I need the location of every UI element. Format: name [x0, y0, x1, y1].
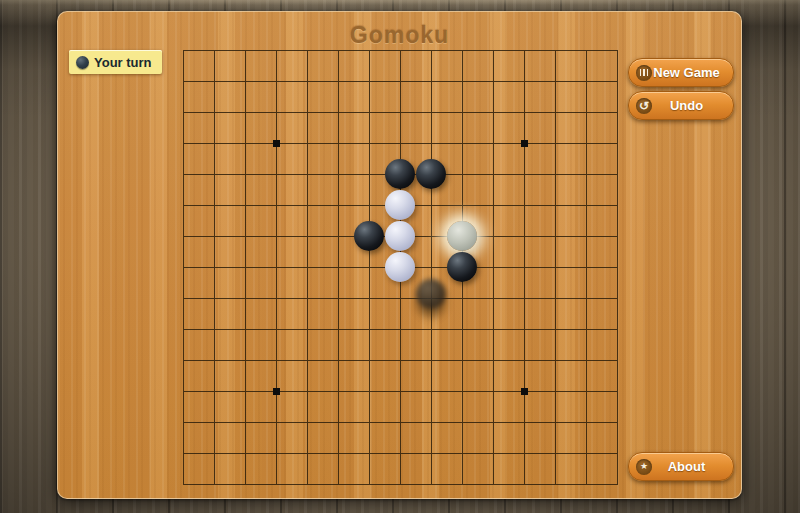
board-cell[interactable] [462, 422, 493, 453]
board-cell[interactable] [338, 329, 369, 360]
turn-label: Your turn [94, 55, 152, 70]
board-cell[interactable] [431, 360, 462, 391]
board-cell[interactable] [245, 391, 276, 422]
board-cell[interactable] [431, 391, 462, 422]
board-cell[interactable] [307, 329, 338, 360]
board-cell[interactable] [431, 453, 462, 484]
board-cell[interactable] [338, 174, 369, 205]
board-cell[interactable] [307, 267, 338, 298]
board-cell[interactable] [214, 236, 245, 267]
stone-black [354, 221, 384, 251]
board-cell[interactable] [276, 422, 307, 453]
board-cell[interactable] [245, 422, 276, 453]
board-cell[interactable] [586, 329, 617, 360]
about-button[interactable]: ★ About [628, 452, 734, 481]
page-title: Gomoku [58, 22, 741, 49]
board-cell[interactable] [276, 360, 307, 391]
star-point [273, 388, 280, 395]
board-cell[interactable] [586, 50, 617, 81]
board-cell[interactable] [183, 391, 214, 422]
board-cell[interactable] [276, 50, 307, 81]
board-cell[interactable] [214, 174, 245, 205]
board-cell[interactable] [369, 329, 400, 360]
board-cell[interactable] [555, 143, 586, 174]
board-cell[interactable] [493, 81, 524, 112]
board-cell[interactable] [307, 453, 338, 484]
board-cell[interactable] [338, 143, 369, 174]
game-panel: Gomoku Your turn New Game ↺ Undo ★ About [57, 11, 742, 499]
board-cell[interactable] [493, 50, 524, 81]
board-cell[interactable] [276, 329, 307, 360]
board-cell[interactable] [462, 50, 493, 81]
board-cell[interactable] [214, 391, 245, 422]
board-cell[interactable] [493, 298, 524, 329]
board-cell[interactable] [431, 422, 462, 453]
board-cell[interactable] [338, 453, 369, 484]
board-cell[interactable] [307, 112, 338, 143]
board-cell[interactable] [493, 236, 524, 267]
board-cell[interactable] [555, 422, 586, 453]
star-point [273, 140, 280, 147]
board-cell[interactable] [307, 174, 338, 205]
board-cell[interactable] [400, 112, 431, 143]
board-cell[interactable] [276, 205, 307, 236]
stone-white [385, 221, 415, 251]
stone-black [416, 159, 446, 189]
board-cell[interactable] [524, 329, 555, 360]
board-cell[interactable] [245, 205, 276, 236]
stone-black [385, 159, 415, 189]
board-cell[interactable] [183, 50, 214, 81]
board-cell[interactable] [307, 422, 338, 453]
undo-button[interactable]: ↺ Undo [628, 91, 734, 120]
board-cell[interactable] [245, 236, 276, 267]
board-cell[interactable] [400, 329, 431, 360]
board-cell[interactable] [524, 267, 555, 298]
board-cell[interactable] [555, 329, 586, 360]
board-cell[interactable] [183, 112, 214, 143]
board-cell[interactable] [307, 298, 338, 329]
board-cell[interactable] [400, 360, 431, 391]
board-cell[interactable] [555, 360, 586, 391]
board-cell[interactable] [462, 329, 493, 360]
board-cell[interactable] [555, 453, 586, 484]
board-cell[interactable] [586, 360, 617, 391]
board-cell[interactable] [183, 81, 214, 112]
board-cell[interactable] [214, 112, 245, 143]
board-cell[interactable] [493, 174, 524, 205]
stone-white [385, 252, 415, 282]
board-cell[interactable] [586, 267, 617, 298]
board-cell[interactable] [338, 50, 369, 81]
board-cell[interactable] [555, 298, 586, 329]
undo-arrow-icon: ↺ [636, 98, 652, 114]
board-cell[interactable] [276, 453, 307, 484]
board-cell[interactable] [524, 112, 555, 143]
board-cell[interactable] [245, 453, 276, 484]
board-cell[interactable] [586, 298, 617, 329]
board-cell[interactable] [369, 391, 400, 422]
board-cell[interactable] [369, 50, 400, 81]
about-button-label: About [652, 459, 733, 474]
star-point [521, 140, 528, 147]
board-cell[interactable] [586, 236, 617, 267]
black-stone-icon [76, 56, 89, 69]
board-cell[interactable] [183, 422, 214, 453]
board-cell[interactable] [493, 267, 524, 298]
board-cell[interactable] [245, 267, 276, 298]
board-cell[interactable] [245, 360, 276, 391]
board-cell[interactable] [338, 360, 369, 391]
board-cell[interactable] [493, 391, 524, 422]
board-cell[interactable] [524, 174, 555, 205]
board-cell[interactable] [524, 298, 555, 329]
wood-background: Gomoku Your turn New Game ↺ Undo ★ About [0, 0, 800, 513]
board-cell[interactable] [369, 422, 400, 453]
board-cell[interactable] [183, 174, 214, 205]
board-cell[interactable] [524, 50, 555, 81]
board-cell[interactable] [183, 360, 214, 391]
board-cell[interactable] [214, 422, 245, 453]
board-cell[interactable] [369, 81, 400, 112]
board-cell[interactable] [462, 453, 493, 484]
board-cell[interactable] [586, 81, 617, 112]
board-cell[interactable] [524, 205, 555, 236]
board-cell[interactable] [493, 329, 524, 360]
stone-white [385, 190, 415, 220]
board-cell[interactable] [245, 298, 276, 329]
board-cell[interactable] [276, 81, 307, 112]
board-cell[interactable] [183, 205, 214, 236]
board-cell[interactable] [245, 81, 276, 112]
star-point [521, 388, 528, 395]
board-cell[interactable] [276, 391, 307, 422]
star-icon: ★ [636, 459, 652, 475]
board-cell[interactable] [524, 391, 555, 422]
board-cell[interactable] [586, 143, 617, 174]
board-cell[interactable] [586, 174, 617, 205]
board-cell[interactable] [183, 267, 214, 298]
stone-black-dropping [416, 279, 446, 309]
board-cell[interactable] [400, 50, 431, 81]
board-cell[interactable] [307, 50, 338, 81]
board-cell[interactable] [462, 174, 493, 205]
stone-black [447, 252, 477, 282]
board-cell[interactable] [338, 112, 369, 143]
new-game-button[interactable]: New Game [628, 58, 734, 87]
board-cell[interactable] [586, 391, 617, 422]
board-cell[interactable] [183, 453, 214, 484]
board-cell[interactable] [462, 391, 493, 422]
board-cell[interactable] [276, 267, 307, 298]
board-cell[interactable] [338, 422, 369, 453]
board-cell[interactable] [307, 205, 338, 236]
board-cell[interactable] [524, 453, 555, 484]
stone-white-last-move [447, 221, 477, 251]
board-cell[interactable] [555, 236, 586, 267]
board-cell[interactable] [586, 205, 617, 236]
board-cell[interactable] [214, 360, 245, 391]
board-cell[interactable] [462, 81, 493, 112]
grid-bars-icon [636, 65, 652, 81]
undo-button-label: Undo [652, 98, 733, 113]
board-cell[interactable] [307, 391, 338, 422]
board-cell[interactable] [214, 267, 245, 298]
board-cell[interactable] [493, 422, 524, 453]
board-cell[interactable] [524, 143, 555, 174]
board-cell[interactable] [493, 112, 524, 143]
board-cell[interactable] [586, 422, 617, 453]
board-cell[interactable] [369, 360, 400, 391]
board-cell[interactable] [245, 329, 276, 360]
board-cell[interactable] [245, 143, 276, 174]
board-cell[interactable] [338, 267, 369, 298]
board-cell[interactable] [214, 329, 245, 360]
board-cell[interactable] [245, 174, 276, 205]
board-cell[interactable] [400, 453, 431, 484]
board-cell[interactable] [307, 81, 338, 112]
board-cell[interactable] [586, 112, 617, 143]
turn-indicator-badge: Your turn [69, 50, 162, 74]
board-cell[interactable] [183, 329, 214, 360]
board-cell[interactable] [214, 205, 245, 236]
board-cell[interactable] [555, 50, 586, 81]
board-cell[interactable] [524, 422, 555, 453]
board-cell[interactable] [276, 174, 307, 205]
board-cell[interactable] [555, 267, 586, 298]
board-cell[interactable] [307, 236, 338, 267]
board-cell[interactable] [524, 360, 555, 391]
board-cell[interactable] [369, 298, 400, 329]
board-cell[interactable] [338, 298, 369, 329]
board-cell[interactable] [431, 81, 462, 112]
board-cell[interactable] [276, 298, 307, 329]
board-cell[interactable] [524, 236, 555, 267]
game-board[interactable] [183, 50, 618, 485]
board-cell[interactable] [245, 50, 276, 81]
board-cell[interactable] [400, 422, 431, 453]
board-cell[interactable] [338, 391, 369, 422]
board-cell[interactable] [400, 391, 431, 422]
board-cell[interactable] [276, 143, 307, 174]
board-cell[interactable] [276, 236, 307, 267]
board-cell[interactable] [462, 143, 493, 174]
board-cell[interactable] [555, 391, 586, 422]
new-game-button-label: New Game [652, 65, 733, 80]
board-cell[interactable] [431, 112, 462, 143]
board-cell[interactable] [276, 112, 307, 143]
board-cell[interactable] [462, 360, 493, 391]
board-cell[interactable] [555, 81, 586, 112]
board-cell[interactable] [307, 143, 338, 174]
board-cell[interactable] [214, 453, 245, 484]
board-cell[interactable] [369, 453, 400, 484]
board-cell[interactable] [493, 143, 524, 174]
board-cell[interactable] [338, 81, 369, 112]
board-cell[interactable] [245, 112, 276, 143]
board-cell[interactable] [214, 50, 245, 81]
board-cell[interactable] [586, 453, 617, 484]
board-cell[interactable] [369, 112, 400, 143]
board-cell[interactable] [431, 329, 462, 360]
board-cell[interactable] [183, 236, 214, 267]
board-cell[interactable] [307, 360, 338, 391]
board-cell[interactable] [183, 143, 214, 174]
board-cell[interactable] [462, 112, 493, 143]
board-cell[interactable] [493, 205, 524, 236]
board-cell[interactable] [555, 112, 586, 143]
board-cell[interactable] [431, 50, 462, 81]
board-cell[interactable] [524, 81, 555, 112]
board-cell[interactable] [214, 81, 245, 112]
board-cell[interactable] [400, 81, 431, 112]
board-cell[interactable] [493, 453, 524, 484]
board-cell[interactable] [555, 174, 586, 205]
board-cell[interactable] [555, 205, 586, 236]
board-cell[interactable] [493, 360, 524, 391]
board-cell[interactable] [462, 298, 493, 329]
board-cell[interactable] [214, 298, 245, 329]
board-cell[interactable] [214, 143, 245, 174]
board-cell[interactable] [183, 298, 214, 329]
